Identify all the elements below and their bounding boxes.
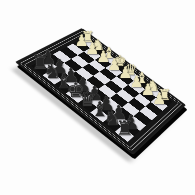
- chess-set-product-photo: ♜♞♝♛♚♝♞♜♟♟♟♟♟♟♟♟♟♟♟♟♟♟♟♟♜♞♝♛♚♝♞♜: [0, 0, 195, 195]
- black-rook: ♜: [116, 118, 134, 138]
- white-pawn: ♟: [152, 91, 166, 107]
